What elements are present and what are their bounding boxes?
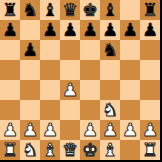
square-c1[interactable]: ♝ — [40, 140, 60, 160]
square-h3[interactable] — [140, 100, 160, 120]
square-e7[interactable]: ♟ — [80, 20, 100, 40]
square-e3[interactable] — [80, 100, 100, 120]
piece-white-knight: ♞ — [22, 140, 38, 160]
square-a3[interactable] — [0, 100, 20, 120]
square-g1[interactable] — [120, 140, 140, 160]
piece-white-bishop: ♝ — [42, 140, 58, 160]
piece-black-pawn: ♟ — [102, 20, 118, 40]
square-a6[interactable] — [0, 40, 20, 60]
square-e5[interactable] — [80, 60, 100, 80]
piece-black-bishop: ♝ — [102, 0, 118, 20]
piece-black-pawn: ♟ — [2, 20, 18, 40]
square-c8[interactable]: ♝ — [40, 0, 60, 20]
square-c5[interactable] — [40, 60, 60, 80]
square-f5[interactable] — [100, 60, 120, 80]
square-c2[interactable]: ♟ — [40, 120, 60, 140]
piece-white-knight: ♞ — [102, 100, 118, 120]
square-g8[interactable] — [120, 0, 140, 20]
square-b4[interactable] — [20, 80, 40, 100]
piece-black-pawn: ♟ — [82, 20, 98, 40]
square-g7[interactable]: ♟ — [120, 20, 140, 40]
square-b1[interactable]: ♞ — [20, 140, 40, 160]
square-g5[interactable] — [120, 60, 140, 80]
square-d6[interactable] — [60, 40, 80, 60]
square-a4[interactable] — [0, 80, 20, 100]
square-a7[interactable]: ♟ — [0, 20, 20, 40]
piece-white-pawn: ♟ — [62, 80, 78, 100]
square-b2[interactable]: ♟ — [20, 120, 40, 140]
square-b5[interactable] — [20, 60, 40, 80]
square-g4[interactable] — [120, 80, 140, 100]
piece-white-bishop: ♝ — [102, 140, 118, 160]
piece-white-pawn: ♟ — [2, 120, 18, 140]
piece-white-pawn: ♟ — [102, 120, 118, 140]
square-d1[interactable]: ♛ — [60, 140, 80, 160]
piece-black-queen: ♛ — [62, 0, 78, 20]
square-f1[interactable]: ♝ — [100, 140, 120, 160]
square-e1[interactable]: ♚ — [80, 140, 100, 160]
piece-white-pawn: ♟ — [22, 120, 38, 140]
square-d7[interactable]: ♟ — [60, 20, 80, 40]
square-e2[interactable]: ♟ — [80, 120, 100, 140]
square-b8[interactable]: ♞ — [20, 0, 40, 20]
square-e6[interactable] — [80, 40, 100, 60]
square-h6[interactable] — [140, 40, 160, 60]
square-f4[interactable] — [100, 80, 120, 100]
square-a2[interactable]: ♟ — [0, 120, 20, 140]
piece-white-pawn: ♟ — [122, 120, 138, 140]
square-d3[interactable] — [60, 100, 80, 120]
piece-white-pawn: ♟ — [142, 120, 158, 140]
piece-white-pawn: ♟ — [42, 120, 58, 140]
piece-black-rook: ♜ — [142, 0, 158, 20]
square-d2[interactable] — [60, 120, 80, 140]
piece-black-pawn: ♟ — [22, 40, 38, 60]
square-h1[interactable]: ♜ — [140, 140, 160, 160]
square-g6[interactable] — [120, 40, 140, 60]
square-c6[interactable] — [40, 40, 60, 60]
square-d4[interactable]: ♟ — [60, 80, 80, 100]
piece-white-rook: ♜ — [142, 140, 158, 160]
piece-white-pawn: ♟ — [82, 120, 98, 140]
square-f3[interactable]: ♞ — [100, 100, 120, 120]
square-h8[interactable]: ♜ — [140, 0, 160, 20]
square-f2[interactable]: ♟ — [100, 120, 120, 140]
piece-black-pawn: ♟ — [122, 20, 138, 40]
square-h2[interactable]: ♟ — [140, 120, 160, 140]
square-c7[interactable]: ♟ — [40, 20, 60, 40]
square-d8[interactable]: ♛ — [60, 0, 80, 20]
piece-black-knight: ♞ — [102, 40, 118, 60]
piece-black-bishop: ♝ — [42, 0, 58, 20]
square-g3[interactable] — [120, 100, 140, 120]
piece-white-queen: ♛ — [62, 140, 78, 160]
square-a5[interactable] — [0, 60, 20, 80]
square-a8[interactable]: ♜ — [0, 0, 20, 20]
chess-board-frame: ♜♞♝♛♚♝♜♟♟♟♟♟♟♟♟♞♟♞♟♟♟♟♟♟♟♜♞♝♛♚♝♜ — [0, 0, 162, 162]
square-c3[interactable] — [40, 100, 60, 120]
square-h4[interactable] — [140, 80, 160, 100]
square-b3[interactable] — [20, 100, 40, 120]
square-b6[interactable]: ♟ — [20, 40, 40, 60]
piece-black-knight: ♞ — [22, 0, 38, 20]
chess-board: ♜♞♝♛♚♝♜♟♟♟♟♟♟♟♟♞♟♞♟♟♟♟♟♟♟♜♞♝♛♚♝♜ — [0, 0, 160, 160]
square-e4[interactable] — [80, 80, 100, 100]
square-a1[interactable]: ♜ — [0, 140, 20, 160]
square-f6[interactable]: ♞ — [100, 40, 120, 60]
square-h7[interactable]: ♟ — [140, 20, 160, 40]
square-b7[interactable] — [20, 20, 40, 40]
square-e8[interactable]: ♚ — [80, 0, 100, 20]
piece-black-pawn: ♟ — [62, 20, 78, 40]
square-d5[interactable] — [60, 60, 80, 80]
square-c4[interactable] — [40, 80, 60, 100]
piece-black-rook: ♜ — [2, 0, 18, 20]
piece-black-pawn: ♟ — [42, 20, 58, 40]
piece-white-king: ♚ — [82, 140, 98, 160]
piece-black-king: ♚ — [82, 0, 98, 20]
piece-black-pawn: ♟ — [142, 20, 158, 40]
square-f8[interactable]: ♝ — [100, 0, 120, 20]
square-g2[interactable]: ♟ — [120, 120, 140, 140]
square-f7[interactable]: ♟ — [100, 20, 120, 40]
piece-white-rook: ♜ — [2, 140, 18, 160]
square-h5[interactable] — [140, 60, 160, 80]
